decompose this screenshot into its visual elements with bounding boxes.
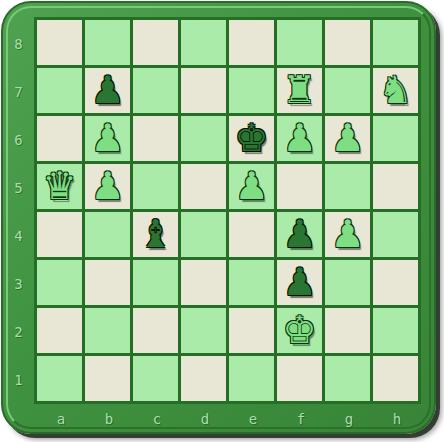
square-b3[interactable] <box>85 260 130 305</box>
square-b6[interactable]: ♟ <box>85 116 130 161</box>
square-f7[interactable]: ♜ <box>277 68 322 113</box>
piece-white-pawn[interactable]: ♟ <box>234 164 268 209</box>
square-f6[interactable]: ♟ <box>277 116 322 161</box>
square-c7[interactable] <box>133 68 178 113</box>
piece-white-pawn[interactable]: ♟ <box>330 212 364 257</box>
rank-label-1: 1 <box>3 356 34 404</box>
file-label-e: e <box>229 404 277 434</box>
square-e6[interactable]: ♚ <box>229 116 274 161</box>
square-g3[interactable] <box>325 260 370 305</box>
board-frame: 87654321 ♟♜♞♟♚♟♟♛♟♟♝♟♟♟♚ abcdefgh <box>1 1 436 434</box>
square-e5[interactable]: ♟ <box>229 164 274 209</box>
square-a5[interactable]: ♛ <box>37 164 82 209</box>
square-e8[interactable] <box>229 20 274 65</box>
piece-black-pawn[interactable]: ♟ <box>90 68 124 113</box>
square-e4[interactable] <box>229 212 274 257</box>
square-d8[interactable] <box>181 20 226 65</box>
square-b1[interactable] <box>85 356 130 401</box>
file-label-h: h <box>373 404 421 434</box>
square-e1[interactable] <box>229 356 274 401</box>
piece-white-knight[interactable]: ♞ <box>378 68 412 113</box>
square-g6[interactable]: ♟ <box>325 116 370 161</box>
square-d4[interactable] <box>181 212 226 257</box>
piece-white-queen[interactable]: ♛ <box>42 164 76 209</box>
piece-white-pawn[interactable]: ♟ <box>330 116 364 161</box>
square-c1[interactable] <box>133 356 178 401</box>
square-h3[interactable] <box>373 260 418 305</box>
square-d2[interactable] <box>181 308 226 353</box>
file-label-d: d <box>181 404 229 434</box>
square-d1[interactable] <box>181 356 226 401</box>
square-b7[interactable]: ♟ <box>85 68 130 113</box>
square-f4[interactable]: ♟ <box>277 212 322 257</box>
square-c3[interactable] <box>133 260 178 305</box>
rank-label-4: 4 <box>3 212 34 260</box>
piece-black-pawn[interactable]: ♟ <box>282 212 316 257</box>
square-e3[interactable] <box>229 260 274 305</box>
square-c5[interactable] <box>133 164 178 209</box>
piece-white-pawn[interactable]: ♟ <box>90 116 124 161</box>
piece-white-pawn[interactable]: ♟ <box>282 116 316 161</box>
square-h8[interactable] <box>373 20 418 65</box>
square-g7[interactable] <box>325 68 370 113</box>
square-a1[interactable] <box>37 356 82 401</box>
square-f1[interactable] <box>277 356 322 401</box>
piece-white-king[interactable]: ♚ <box>282 308 316 353</box>
square-h4[interactable] <box>373 212 418 257</box>
square-a3[interactable] <box>37 260 82 305</box>
file-label-g: g <box>325 404 373 434</box>
square-h2[interactable] <box>373 308 418 353</box>
square-g4[interactable]: ♟ <box>325 212 370 257</box>
square-e2[interactable] <box>229 308 274 353</box>
square-g1[interactable] <box>325 356 370 401</box>
rank-labels: 87654321 <box>3 20 34 404</box>
square-c2[interactable] <box>133 308 178 353</box>
rank-label-8: 8 <box>3 20 34 68</box>
square-g5[interactable] <box>325 164 370 209</box>
square-h5[interactable] <box>373 164 418 209</box>
rank-label-7: 7 <box>3 68 34 116</box>
rank-label-5: 5 <box>3 164 34 212</box>
square-f5[interactable] <box>277 164 322 209</box>
square-a2[interactable] <box>37 308 82 353</box>
piece-black-bishop[interactable]: ♝ <box>138 212 172 257</box>
file-label-a: a <box>37 404 85 434</box>
square-b4[interactable] <box>85 212 130 257</box>
piece-white-pawn[interactable]: ♟ <box>90 164 124 209</box>
square-a7[interactable] <box>37 68 82 113</box>
square-d7[interactable] <box>181 68 226 113</box>
piece-black-king[interactable]: ♚ <box>234 116 268 161</box>
square-h6[interactable] <box>373 116 418 161</box>
file-labels: abcdefgh <box>37 404 421 434</box>
square-b8[interactable] <box>85 20 130 65</box>
square-h1[interactable] <box>373 356 418 401</box>
piece-white-rook[interactable]: ♜ <box>282 68 316 113</box>
chess-board: ♟♜♞♟♚♟♟♛♟♟♝♟♟♟♚ <box>34 17 421 404</box>
square-d6[interactable] <box>181 116 226 161</box>
square-g2[interactable] <box>325 308 370 353</box>
square-b2[interactable] <box>85 308 130 353</box>
square-e7[interactable] <box>229 68 274 113</box>
square-c8[interactable] <box>133 20 178 65</box>
square-d5[interactable] <box>181 164 226 209</box>
square-d3[interactable] <box>181 260 226 305</box>
square-a4[interactable] <box>37 212 82 257</box>
file-label-f: f <box>277 404 325 434</box>
square-f3[interactable]: ♟ <box>277 260 322 305</box>
file-label-c: c <box>133 404 181 434</box>
square-c4[interactable]: ♝ <box>133 212 178 257</box>
square-a6[interactable] <box>37 116 82 161</box>
rank-label-6: 6 <box>3 116 34 164</box>
piece-black-pawn[interactable]: ♟ <box>282 260 316 305</box>
square-c6[interactable] <box>133 116 178 161</box>
square-g8[interactable] <box>325 20 370 65</box>
square-h7[interactable]: ♞ <box>373 68 418 113</box>
square-f2[interactable]: ♚ <box>277 308 322 353</box>
file-label-b: b <box>85 404 133 434</box>
rank-label-2: 2 <box>3 308 34 356</box>
square-a8[interactable] <box>37 20 82 65</box>
square-f8[interactable] <box>277 20 322 65</box>
rank-label-3: 3 <box>3 260 34 308</box>
square-b5[interactable]: ♟ <box>85 164 130 209</box>
